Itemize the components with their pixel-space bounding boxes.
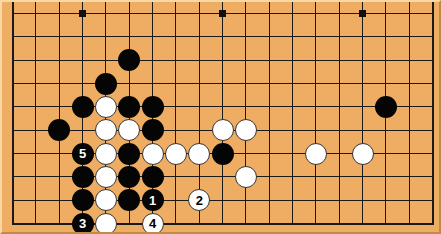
intersection (1, 95, 24, 118)
intersection (164, 95, 187, 118)
intersection (48, 2, 71, 25)
hoshi-marker (219, 10, 226, 17)
intersection (211, 189, 234, 212)
intersection (188, 2, 211, 25)
intersection (118, 142, 141, 165)
intersection (71, 72, 94, 95)
intersection (421, 212, 441, 234)
intersection (164, 165, 187, 188)
intersection (351, 119, 374, 142)
intersection (118, 25, 141, 48)
intersection (24, 165, 47, 188)
intersection (118, 189, 141, 212)
intersection (304, 189, 327, 212)
intersection (141, 25, 164, 48)
intersection (1, 25, 24, 48)
intersection (281, 119, 304, 142)
black-stone-move-5: 5 (72, 143, 94, 165)
intersection (421, 72, 441, 95)
intersection (118, 49, 141, 72)
white-stone (352, 143, 374, 165)
intersection (118, 95, 141, 118)
black-stone (95, 73, 117, 95)
intersection (328, 119, 351, 142)
intersection (141, 95, 164, 118)
black-stone (142, 119, 164, 141)
intersection: 5 (71, 142, 94, 165)
intersection (94, 2, 117, 25)
intersection (24, 119, 47, 142)
intersection (351, 25, 374, 48)
intersection (351, 49, 374, 72)
intersection (141, 49, 164, 72)
intersection (258, 72, 281, 95)
intersection (281, 165, 304, 188)
intersection (398, 212, 421, 234)
intersection (398, 2, 421, 25)
intersection (398, 165, 421, 188)
intersection (48, 49, 71, 72)
intersection (71, 119, 94, 142)
intersection (118, 119, 141, 142)
intersection (48, 142, 71, 165)
intersection (1, 72, 24, 95)
intersection (71, 165, 94, 188)
intersection (188, 165, 211, 188)
black-stone (48, 119, 70, 141)
intersection (304, 119, 327, 142)
intersection (211, 2, 234, 25)
intersection (234, 95, 257, 118)
intersection (398, 72, 421, 95)
intersection (258, 2, 281, 25)
intersection (24, 2, 47, 25)
intersection (234, 142, 257, 165)
intersection (1, 212, 24, 234)
intersection (211, 72, 234, 95)
intersection (421, 165, 441, 188)
intersection (351, 189, 374, 212)
intersection (328, 95, 351, 118)
intersection (234, 72, 257, 95)
intersection (188, 95, 211, 118)
intersection (48, 212, 71, 234)
intersection (374, 165, 397, 188)
white-stone (305, 143, 327, 165)
intersection (48, 72, 71, 95)
intersection (304, 212, 327, 234)
black-stone-move-1: 1 (142, 189, 164, 211)
intersection (48, 95, 71, 118)
intersection (211, 95, 234, 118)
intersection: 3 (71, 212, 94, 234)
intersection (374, 212, 397, 234)
intersection (164, 212, 187, 234)
white-stone (165, 143, 187, 165)
intersection (258, 189, 281, 212)
white-stone (235, 119, 257, 141)
intersection (398, 119, 421, 142)
black-stone (118, 189, 140, 211)
black-stone (118, 166, 140, 188)
intersection (141, 142, 164, 165)
intersection (421, 49, 441, 72)
intersection (304, 95, 327, 118)
white-stone (95, 143, 117, 165)
white-stone (95, 96, 117, 118)
intersection (24, 72, 47, 95)
intersection (398, 25, 421, 48)
intersection (94, 95, 117, 118)
intersection (71, 49, 94, 72)
intersection (304, 142, 327, 165)
intersection (258, 119, 281, 142)
intersection (24, 212, 47, 234)
intersection (71, 25, 94, 48)
intersection (164, 189, 187, 212)
intersection (421, 2, 441, 25)
intersection (234, 119, 257, 142)
intersection (421, 119, 441, 142)
white-stone (95, 119, 117, 141)
black-stone (72, 96, 94, 118)
intersection (48, 189, 71, 212)
intersection (1, 165, 24, 188)
intersection (94, 49, 117, 72)
intersection (211, 165, 234, 188)
intersection (188, 212, 211, 234)
intersection (351, 212, 374, 234)
intersection (164, 25, 187, 48)
intersection (24, 189, 47, 212)
white-stone (235, 166, 257, 188)
intersection (71, 2, 94, 25)
intersection (94, 142, 117, 165)
intersection (304, 165, 327, 188)
intersection (94, 189, 117, 212)
intersection: 4 (141, 212, 164, 234)
intersection (188, 72, 211, 95)
intersection (1, 189, 24, 212)
intersections-grid: 51234 (1, 2, 441, 234)
intersection (304, 49, 327, 72)
intersection (398, 142, 421, 165)
intersection (1, 142, 24, 165)
intersection (328, 165, 351, 188)
black-stone (72, 166, 94, 188)
intersection (328, 2, 351, 25)
intersection (374, 95, 397, 118)
intersection: 2 (188, 189, 211, 212)
intersection (94, 72, 117, 95)
black-stone (118, 143, 140, 165)
intersection (234, 25, 257, 48)
intersection (421, 25, 441, 48)
intersection (234, 165, 257, 188)
intersection: 1 (141, 189, 164, 212)
hoshi-marker (359, 10, 366, 17)
intersection (48, 119, 71, 142)
intersection (281, 49, 304, 72)
intersection (234, 189, 257, 212)
intersection (281, 72, 304, 95)
intersection (374, 49, 397, 72)
white-stone (142, 143, 164, 165)
intersection (281, 95, 304, 118)
intersection (328, 189, 351, 212)
intersection (258, 95, 281, 118)
intersection (211, 142, 234, 165)
intersection (188, 25, 211, 48)
black-stone (72, 189, 94, 211)
intersection (71, 95, 94, 118)
intersection (374, 72, 397, 95)
black-stone (118, 96, 140, 118)
intersection (24, 142, 47, 165)
intersection (141, 165, 164, 188)
intersection (118, 212, 141, 234)
black-stone-move-3: 3 (72, 213, 94, 234)
intersection (234, 2, 257, 25)
intersection (281, 25, 304, 48)
intersection (94, 25, 117, 48)
intersection (24, 49, 47, 72)
intersection (141, 119, 164, 142)
intersection (24, 95, 47, 118)
intersection (421, 95, 441, 118)
intersection (398, 189, 421, 212)
intersection (164, 72, 187, 95)
white-stone (212, 119, 234, 141)
intersection (234, 49, 257, 72)
intersection (374, 25, 397, 48)
intersection (328, 72, 351, 95)
intersection (188, 119, 211, 142)
intersection (281, 189, 304, 212)
black-stone (212, 143, 234, 165)
intersection (94, 212, 117, 234)
intersection (398, 49, 421, 72)
intersection (351, 165, 374, 188)
intersection (328, 25, 351, 48)
intersection (281, 2, 304, 25)
intersection (421, 189, 441, 212)
hoshi-marker (79, 10, 86, 17)
intersection (1, 119, 24, 142)
intersection (164, 119, 187, 142)
intersection (211, 119, 234, 142)
intersection (118, 72, 141, 95)
white-stone (188, 143, 210, 165)
intersection (164, 142, 187, 165)
intersection (211, 25, 234, 48)
intersection (258, 165, 281, 188)
intersection (351, 72, 374, 95)
white-stone (95, 189, 117, 211)
black-stone (375, 96, 397, 118)
intersection (281, 212, 304, 234)
intersection (24, 25, 47, 48)
intersection (304, 72, 327, 95)
intersection (258, 25, 281, 48)
white-stone (118, 119, 140, 141)
black-stone (118, 49, 140, 71)
intersection (328, 142, 351, 165)
intersection (351, 142, 374, 165)
intersection (281, 142, 304, 165)
intersection (398, 95, 421, 118)
intersection (234, 212, 257, 234)
white-stone-move-4: 4 (142, 213, 164, 234)
intersection (118, 2, 141, 25)
go-board: 51234 (0, 0, 441, 234)
intersection (351, 95, 374, 118)
white-stone (95, 166, 117, 188)
intersection (258, 142, 281, 165)
intersection (164, 2, 187, 25)
white-stone-move-2: 2 (188, 189, 210, 211)
intersection (188, 49, 211, 72)
intersection (211, 212, 234, 234)
intersection (1, 49, 24, 72)
intersection (374, 142, 397, 165)
black-stone (142, 96, 164, 118)
intersection (188, 142, 211, 165)
intersection (374, 189, 397, 212)
intersection (328, 49, 351, 72)
intersection (141, 72, 164, 95)
intersection (71, 189, 94, 212)
intersection (421, 142, 441, 165)
intersection (118, 165, 141, 188)
intersection (211, 49, 234, 72)
intersection (328, 212, 351, 234)
intersection (48, 25, 71, 48)
intersection (1, 2, 24, 25)
intersection (164, 49, 187, 72)
intersection (304, 2, 327, 25)
intersection (351, 2, 374, 25)
intersection (374, 119, 397, 142)
intersection (258, 49, 281, 72)
black-stone (142, 166, 164, 188)
intersection (94, 119, 117, 142)
intersection (304, 25, 327, 48)
intersection (48, 165, 71, 188)
intersection (258, 212, 281, 234)
white-stone (95, 213, 117, 234)
intersection (141, 2, 164, 25)
intersection (374, 2, 397, 25)
intersection (94, 165, 117, 188)
